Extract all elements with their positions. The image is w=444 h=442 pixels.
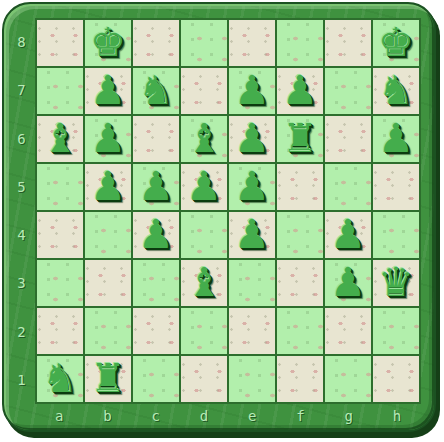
rank-label-2: 2 [8,308,35,356]
square-b1[interactable]: ♜ [85,356,131,402]
square-a6[interactable]: ♝ [37,116,83,162]
square-f1[interactable] [277,356,323,402]
piece-king-h8[interactable]: ♚ [378,19,414,65]
square-e8[interactable] [229,20,275,66]
square-f2[interactable] [277,308,323,354]
square-e6[interactable]: ♟ [229,116,275,162]
square-d7[interactable] [181,68,227,114]
file-label-d: d [180,405,228,427]
square-f4[interactable] [277,212,323,258]
piece-rook-b1[interactable]: ♜ [90,355,126,401]
rank-label-8: 8 [8,18,35,66]
square-a7[interactable] [37,68,83,114]
piece-pawn-g4[interactable]: ♟ [330,211,366,257]
board-frame: 87654321 ♚♚♟♞♟♟♞♝♟♝♟♜♟♟♟♟♟♟♟♟♝♟♛♞♜ abcde… [2,2,436,432]
rank-labels: 87654321 [8,18,35,404]
piece-pawn-f7[interactable]: ♟ [282,67,318,113]
square-c2[interactable] [133,308,179,354]
square-h1[interactable] [373,356,419,402]
square-b5[interactable]: ♟ [85,164,131,210]
rank-label-1: 1 [8,356,35,404]
square-b2[interactable] [85,308,131,354]
square-f7[interactable]: ♟ [277,68,323,114]
square-d6[interactable]: ♝ [181,116,227,162]
square-g6[interactable] [325,116,371,162]
square-b8[interactable]: ♚ [85,20,131,66]
square-h7[interactable]: ♞ [373,68,419,114]
square-e5[interactable]: ♟ [229,164,275,210]
piece-pawn-e7[interactable]: ♟ [234,67,270,113]
file-label-e: e [228,405,276,427]
square-g3[interactable]: ♟ [325,260,371,306]
square-e1[interactable] [229,356,275,402]
square-a5[interactable] [37,164,83,210]
square-e4[interactable]: ♟ [229,212,275,258]
square-a2[interactable] [37,308,83,354]
square-d2[interactable] [181,308,227,354]
piece-pawn-b5[interactable]: ♟ [90,163,126,209]
square-h2[interactable] [373,308,419,354]
piece-pawn-h6[interactable]: ♟ [378,115,414,161]
square-f8[interactable] [277,20,323,66]
square-f5[interactable] [277,164,323,210]
square-a3[interactable] [37,260,83,306]
piece-bishop-d3[interactable]: ♝ [186,259,222,305]
square-g1[interactable] [325,356,371,402]
square-a1[interactable]: ♞ [37,356,83,402]
file-label-c: c [132,405,180,427]
rank-label-4: 4 [8,211,35,259]
square-h3[interactable]: ♛ [373,260,419,306]
piece-pawn-e4[interactable]: ♟ [234,211,270,257]
square-a4[interactable] [37,212,83,258]
square-c7[interactable]: ♞ [133,68,179,114]
square-d3[interactable]: ♝ [181,260,227,306]
square-g8[interactable] [325,20,371,66]
square-e2[interactable] [229,308,275,354]
square-e7[interactable]: ♟ [229,68,275,114]
file-label-b: b [83,405,131,427]
square-b3[interactable] [85,260,131,306]
square-d8[interactable] [181,20,227,66]
rank-label-7: 7 [8,66,35,114]
piece-pawn-g3[interactable]: ♟ [330,259,366,305]
square-c1[interactable] [133,356,179,402]
piece-knight-h7[interactable]: ♞ [378,67,414,113]
square-g5[interactable] [325,164,371,210]
square-d5[interactable]: ♟ [181,164,227,210]
piece-bishop-a6[interactable]: ♝ [42,115,78,161]
file-label-f: f [276,405,324,427]
rank-label-3: 3 [8,259,35,307]
rank-label-6: 6 [8,115,35,163]
square-b4[interactable] [85,212,131,258]
square-f6[interactable]: ♜ [277,116,323,162]
piece-knight-c7[interactable]: ♞ [138,67,174,113]
piece-pawn-b7[interactable]: ♟ [90,67,126,113]
square-h4[interactable] [373,212,419,258]
piece-queen-h3[interactable]: ♛ [378,259,414,305]
square-f3[interactable] [277,260,323,306]
square-a8[interactable] [37,20,83,66]
piece-bishop-d6[interactable]: ♝ [186,115,222,161]
piece-pawn-b6[interactable]: ♟ [90,115,126,161]
square-h8[interactable]: ♚ [373,20,419,66]
square-d1[interactable] [181,356,227,402]
square-c4[interactable]: ♟ [133,212,179,258]
piece-pawn-e6[interactable]: ♟ [234,115,270,161]
square-c8[interactable] [133,20,179,66]
piece-rook-f6[interactable]: ♜ [282,115,318,161]
square-g2[interactable] [325,308,371,354]
file-label-h: h [373,405,421,427]
piece-pawn-c5[interactable]: ♟ [138,163,174,209]
square-d4[interactable] [181,212,227,258]
chess-board[interactable]: ♚♚♟♞♟♟♞♝♟♝♟♜♟♟♟♟♟♟♟♟♝♟♛♞♜ [35,18,421,404]
square-g7[interactable] [325,68,371,114]
piece-knight-a1[interactable]: ♞ [42,355,78,401]
piece-pawn-c4[interactable]: ♟ [138,211,174,257]
file-labels: abcdefgh [35,405,421,427]
square-e3[interactable] [229,260,275,306]
piece-pawn-e5[interactable]: ♟ [234,163,270,209]
square-c3[interactable] [133,260,179,306]
square-g4[interactable]: ♟ [325,212,371,258]
file-label-g: g [325,405,373,427]
piece-pawn-d5[interactable]: ♟ [186,163,222,209]
square-h6[interactable]: ♟ [373,116,419,162]
file-label-a: a [35,405,83,427]
square-b6[interactable]: ♟ [85,116,131,162]
piece-king-b8[interactable]: ♚ [90,19,126,65]
square-c6[interactable] [133,116,179,162]
square-h5[interactable] [373,164,419,210]
square-b7[interactable]: ♟ [85,68,131,114]
rank-label-5: 5 [8,163,35,211]
square-c5[interactable]: ♟ [133,164,179,210]
